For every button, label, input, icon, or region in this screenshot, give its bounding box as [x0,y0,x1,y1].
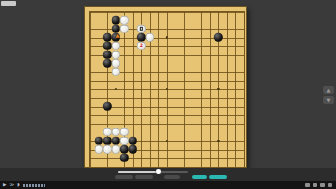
settings-icon[interactable] [320,183,325,188]
stone-black-E3 [120,145,128,153]
control-strip [0,168,336,181]
stone-black-C4 [103,136,111,144]
stone-white-E18 [120,16,128,24]
stone-white-D5 [111,128,119,136]
star-point [217,140,219,142]
stone-white-C3 [103,145,111,153]
stone-black-B4 [94,136,102,144]
stone-black-C15 [103,42,111,50]
stone-black-C14 [103,50,111,58]
volume-icon[interactable]: ◗ [17,183,19,188]
stone-white-E17 [120,25,128,33]
quality-icon[interactable] [305,183,310,188]
stone-black-E2 [120,154,128,162]
stone-black-G16 [137,33,145,41]
side-control-button-1[interactable]: ▼ [323,96,334,104]
side-control-button-0[interactable]: ▲ [323,86,334,94]
move-slider-fill [118,171,156,173]
danmaku-icon[interactable] [313,183,318,188]
stone-black-D18 [111,16,119,24]
time-text [23,184,45,187]
action-buttons [115,175,334,180]
next-icon[interactable]: ≫ [9,183,14,188]
play-icon[interactable]: ▶ [3,183,6,188]
stone-black-D4 [111,136,119,144]
video-player-stage: 2 ▲▼ ▶ ≫ ◗ [0,0,336,189]
stone-black-F3 [129,145,137,153]
stone-white-H16 [146,33,154,41]
stone-white-D13 [111,59,119,67]
player-bar-right [305,183,332,188]
star-point [217,88,219,90]
stone-white-G17 [137,25,145,33]
move-slider-knob[interactable] [156,169,161,174]
move-slider-track[interactable] [118,171,188,173]
go-board[interactable]: 2 [84,6,247,168]
stone-black-Q16 [214,33,222,41]
stone-black-C13 [103,59,111,67]
stone-black-D16 [111,33,119,41]
player-bar: ▶ ≫ ◗ [0,181,336,189]
stone-black-F4 [129,136,137,144]
stone-number-label: 2 [140,44,143,49]
stone-white-D3 [111,145,119,153]
stone-white-D14 [111,50,119,58]
stone-white-D15 [111,42,119,50]
stone-black-C16 [103,33,111,41]
star-point [166,36,168,38]
watermark-logo [1,1,16,6]
stone-black-D17 [111,25,119,33]
stone-black-C8 [103,102,111,110]
primary-action-button-4[interactable] [209,175,227,180]
primary-action-button-3[interactable] [192,175,207,180]
secondary-action-button-0[interactable] [115,175,133,180]
stone-white-E4 [120,136,128,144]
square-marker-icon [140,27,144,31]
board-grid[interactable]: 2 [89,11,245,168]
side-controls: ▲▼ [323,86,334,104]
stone-white-B3 [94,145,102,153]
star-point [166,88,168,90]
stone-white-C5 [103,128,111,136]
stone-white-G15: 2 [137,42,145,50]
secondary-action-button-1[interactable] [135,175,153,180]
last-move-triangle-icon [116,34,120,38]
player-bar-left: ▶ ≫ ◗ [3,183,305,188]
fullscreen-icon[interactable] [328,183,333,188]
stone-white-D12 [111,68,119,76]
star-point [115,88,117,90]
secondary-action-button-2[interactable] [164,175,180,180]
stone-white-E5 [120,128,128,136]
star-point [166,140,168,142]
